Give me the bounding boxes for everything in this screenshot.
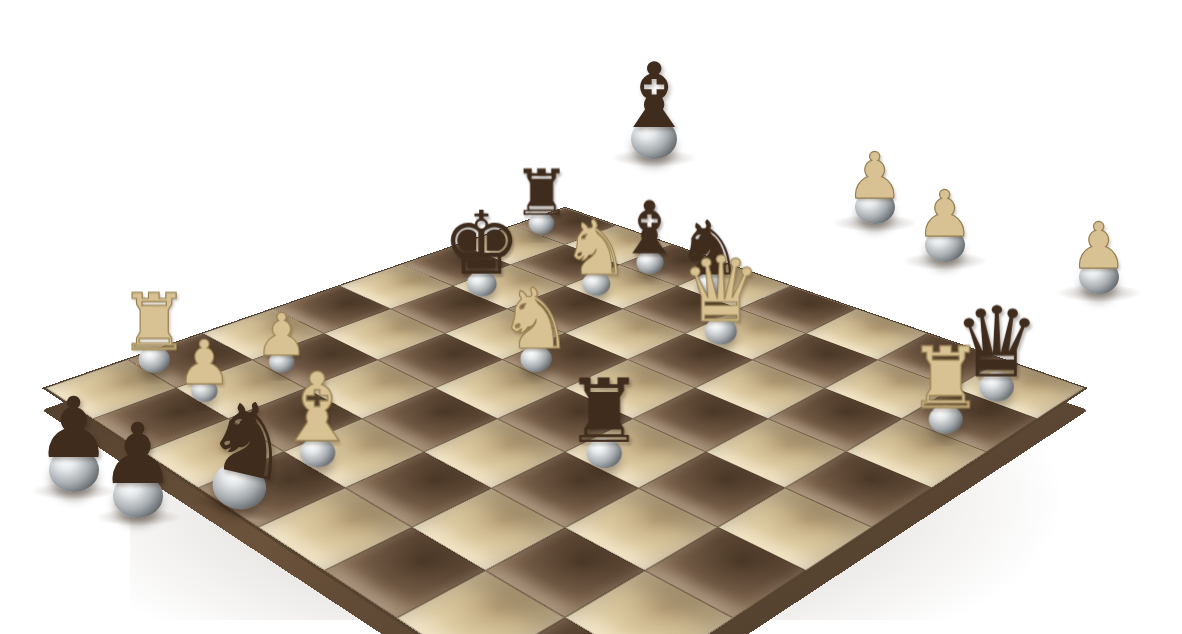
white-pawn-glyph: ♟ bbox=[846, 148, 903, 204]
white-queen-glyph: ♛ bbox=[680, 249, 761, 331]
black-rook-glyph: ♜ bbox=[564, 372, 643, 452]
offboard-black-bishop[interactable]: ♝ bbox=[614, 56, 695, 159]
offboard-white-pawn[interactable]: ♟ bbox=[916, 186, 973, 262]
white-queen[interactable]: ♛ bbox=[680, 249, 761, 345]
white-pawn-glyph: ♟ bbox=[916, 186, 973, 242]
white-knight-glyph: ♞ bbox=[498, 282, 574, 358]
square-b1[interactable] bbox=[396, 570, 565, 634]
white-pawn-glyph: ♟ bbox=[1070, 218, 1127, 274]
white-rook-glyph: ♜ bbox=[908, 341, 984, 417]
offboard-black-pawn[interactable]: ♟ bbox=[100, 418, 175, 518]
offboard-white-pawn[interactable]: ♟ bbox=[846, 148, 903, 224]
offboard-white-pawn[interactable]: ♟ bbox=[1070, 218, 1127, 294]
black-bishop-glyph: ♝ bbox=[614, 56, 695, 135]
black-rook[interactable]: ♜ bbox=[564, 372, 643, 468]
black-pawn-glyph: ♟ bbox=[100, 418, 175, 492]
white-rook[interactable]: ♜ bbox=[908, 341, 984, 433]
product-photo-scene: ♝ ♜♝♞♛♞♛♜♚♞♜♟♜♟♝ ♟ ♟ ♞ ♟ ♟ ♟ bbox=[0, 0, 1182, 634]
white-knight[interactable]: ♞ bbox=[498, 282, 574, 373]
